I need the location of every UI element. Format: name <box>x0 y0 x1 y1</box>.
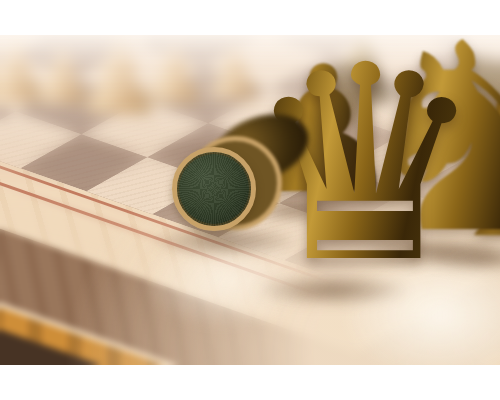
photo-area: ♟ ♟ ♟ ♟ ♟ ♟ ♟ ♝ ♞ ♛ <box>0 35 500 365</box>
letterbox-bottom <box>0 365 500 400</box>
fallen-piece-felt-base <box>172 147 256 231</box>
chess-photo-stage: ♟ ♟ ♟ ♟ ♟ ♟ ♟ ♝ ♞ ♛ <box>0 0 500 400</box>
letterbox-top <box>0 0 500 35</box>
